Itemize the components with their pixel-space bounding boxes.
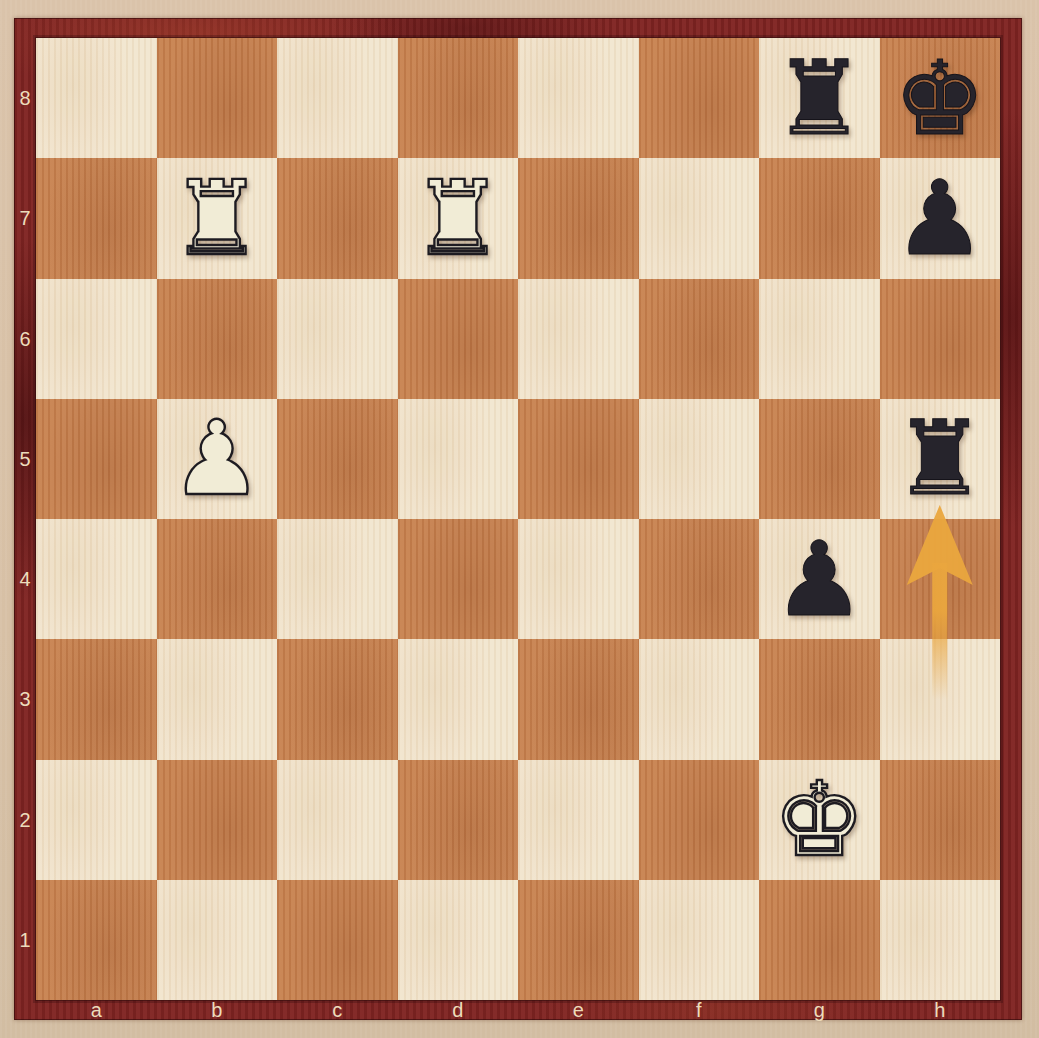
square-g4[interactable]: ♟ xyxy=(759,519,880,639)
square-d1[interactable] xyxy=(398,880,519,1000)
square-f5[interactable] xyxy=(639,399,760,519)
square-f2[interactable] xyxy=(639,760,760,880)
piece-white-king-g2[interactable]: ♚ xyxy=(773,768,865,871)
square-c6[interactable] xyxy=(277,279,398,399)
file-label-g: g xyxy=(799,1000,839,1020)
square-d8[interactable] xyxy=(398,38,519,158)
square-h4[interactable] xyxy=(880,519,1001,639)
square-c8[interactable] xyxy=(277,38,398,158)
square-a5[interactable] xyxy=(36,399,157,519)
square-e2[interactable] xyxy=(518,760,639,880)
square-a2[interactable] xyxy=(36,760,157,880)
board-frame: ♜♚♜♜♟♟♜♟♚ 87654321abcdefgh xyxy=(14,18,1022,1020)
piece-black-king-h8[interactable]: ♚ xyxy=(894,47,986,150)
square-b2[interactable] xyxy=(157,760,278,880)
square-d5[interactable] xyxy=(398,399,519,519)
file-label-b: b xyxy=(197,1000,237,1020)
square-g5[interactable] xyxy=(759,399,880,519)
square-g1[interactable] xyxy=(759,880,880,1000)
square-f1[interactable] xyxy=(639,880,760,1000)
square-b1[interactable] xyxy=(157,880,278,1000)
piece-white-rook-b7[interactable]: ♜ xyxy=(171,167,263,270)
rank-label-1: 1 xyxy=(14,928,36,951)
rank-label-8: 8 xyxy=(14,87,36,110)
square-e1[interactable] xyxy=(518,880,639,1000)
square-a3[interactable] xyxy=(36,639,157,759)
file-label-d: d xyxy=(438,1000,478,1020)
square-e3[interactable] xyxy=(518,639,639,759)
square-g6[interactable] xyxy=(759,279,880,399)
square-d3[interactable] xyxy=(398,639,519,759)
square-g8[interactable]: ♜ xyxy=(759,38,880,158)
square-f6[interactable] xyxy=(639,279,760,399)
square-e6[interactable] xyxy=(518,279,639,399)
square-c3[interactable] xyxy=(277,639,398,759)
file-label-e: e xyxy=(558,1000,598,1020)
square-h3[interactable] xyxy=(880,639,1001,759)
piece-white-pawn-b5[interactable]: ♟ xyxy=(171,407,263,510)
square-b6[interactable] xyxy=(157,279,278,399)
square-g2[interactable]: ♚ xyxy=(759,760,880,880)
square-c4[interactable] xyxy=(277,519,398,639)
piece-black-rook-g8[interactable]: ♜ xyxy=(773,47,865,150)
piece-black-pawn-g4[interactable]: ♟ xyxy=(773,528,865,631)
rank-label-4: 4 xyxy=(14,568,36,591)
rank-label-3: 3 xyxy=(14,688,36,711)
square-f7[interactable] xyxy=(639,158,760,278)
square-a8[interactable] xyxy=(36,38,157,158)
square-e8[interactable] xyxy=(518,38,639,158)
square-b8[interactable] xyxy=(157,38,278,158)
square-g7[interactable] xyxy=(759,158,880,278)
file-label-a: a xyxy=(76,1000,116,1020)
piece-black-rook-h5[interactable]: ♜ xyxy=(894,407,986,510)
piece-black-pawn-h7[interactable]: ♟ xyxy=(894,167,986,270)
square-e4[interactable] xyxy=(518,519,639,639)
square-f8[interactable] xyxy=(639,38,760,158)
square-d6[interactable] xyxy=(398,279,519,399)
square-h5[interactable]: ♜ xyxy=(880,399,1001,519)
file-label-h: h xyxy=(920,1000,960,1020)
file-label-c: c xyxy=(317,1000,357,1020)
square-h7[interactable]: ♟ xyxy=(880,158,1001,278)
square-a7[interactable] xyxy=(36,158,157,278)
square-d2[interactable] xyxy=(398,760,519,880)
square-h6[interactable] xyxy=(880,279,1001,399)
square-a1[interactable] xyxy=(36,880,157,1000)
square-b7[interactable]: ♜ xyxy=(157,158,278,278)
square-e7[interactable] xyxy=(518,158,639,278)
square-h8[interactable]: ♚ xyxy=(880,38,1001,158)
square-h1[interactable] xyxy=(880,880,1001,1000)
square-d7[interactable]: ♜ xyxy=(398,158,519,278)
square-h2[interactable] xyxy=(880,760,1001,880)
rank-label-5: 5 xyxy=(14,447,36,470)
square-f4[interactable] xyxy=(639,519,760,639)
square-c7[interactable] xyxy=(277,158,398,278)
square-a4[interactable] xyxy=(36,519,157,639)
square-f3[interactable] xyxy=(639,639,760,759)
chess-board: ♜♚♜♜♟♟♜♟♚ xyxy=(36,38,1000,1000)
square-a6[interactable] xyxy=(36,279,157,399)
square-b5[interactable]: ♟ xyxy=(157,399,278,519)
square-c1[interactable] xyxy=(277,880,398,1000)
file-label-f: f xyxy=(679,1000,719,1020)
square-b3[interactable] xyxy=(157,639,278,759)
square-c5[interactable] xyxy=(277,399,398,519)
rank-label-6: 6 xyxy=(14,327,36,350)
square-g3[interactable] xyxy=(759,639,880,759)
square-c2[interactable] xyxy=(277,760,398,880)
square-e5[interactable] xyxy=(518,399,639,519)
piece-white-rook-d7[interactable]: ♜ xyxy=(412,167,504,270)
square-d4[interactable] xyxy=(398,519,519,639)
rank-label-2: 2 xyxy=(14,808,36,831)
rank-label-7: 7 xyxy=(14,207,36,230)
square-b4[interactable] xyxy=(157,519,278,639)
